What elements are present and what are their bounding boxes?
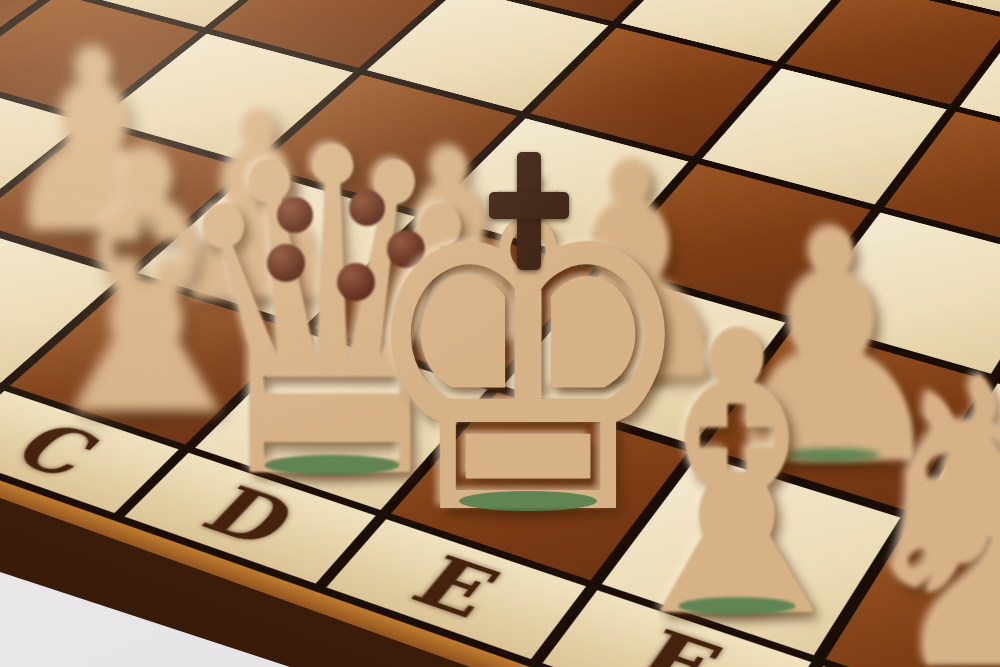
chess-photo-scene: ABCDEFGH ♟♟♟♟♟♝♛♚♝♞ [0, 0, 1000, 667]
felt-base [459, 491, 597, 512]
queen-finial-ball [277, 197, 313, 233]
queen-finial-ball [267, 244, 305, 282]
felt-base [679, 597, 796, 615]
white-knight-g1: ♞ [838, 327, 1000, 667]
king-cross-finial [489, 192, 569, 219]
